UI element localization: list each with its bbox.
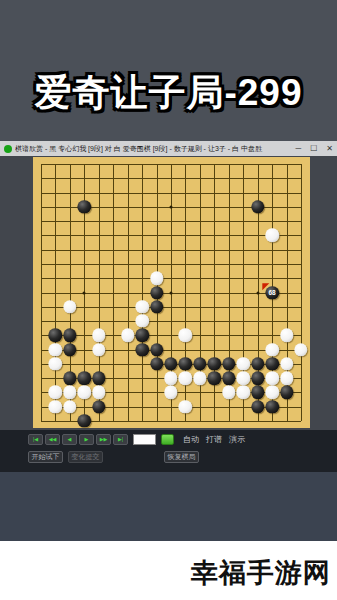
black-stone — [265, 400, 278, 413]
black-stone — [150, 286, 163, 299]
white-stone — [135, 314, 148, 327]
board-gridline — [41, 350, 301, 351]
mode-label-0[interactable]: 自动 — [183, 434, 199, 445]
black-stone — [164, 357, 177, 370]
move-number-input[interactable] — [133, 434, 156, 445]
black-stone — [251, 400, 264, 413]
watermark-band: 幸福手游网 — [0, 541, 337, 600]
board-gridline — [41, 335, 301, 336]
board-area: 68 — [0, 156, 337, 430]
black-stone — [63, 371, 76, 384]
white-stone — [49, 386, 62, 399]
black-stone — [265, 357, 278, 370]
black-stone — [179, 357, 192, 370]
move-number-label: 68 — [265, 286, 278, 299]
black-stone — [150, 300, 163, 313]
maximize-button[interactable]: ☐ — [310, 141, 317, 156]
white-stone — [265, 386, 278, 399]
star-point — [170, 205, 173, 208]
restore-game-button[interactable]: 恢复棋局 — [164, 451, 199, 463]
white-stone — [237, 386, 250, 399]
white-stone — [265, 229, 278, 242]
black-stone — [49, 329, 62, 342]
black-stone — [78, 200, 91, 213]
mode-label-row: 自动打谱演示 — [183, 434, 245, 445]
screen: 爱奇让子局-299 棋谱欣赏 - 黑 专心幻我 [9段] 对 白 爱奇围棋 [9… — [0, 0, 337, 600]
white-stone — [179, 371, 192, 384]
black-stone — [251, 200, 264, 213]
lower-panel — [0, 472, 337, 541]
black-stone — [251, 371, 264, 384]
minimize-button[interactable]: ─ — [295, 141, 301, 156]
white-stone — [222, 386, 235, 399]
nav-button-0[interactable]: |◀ — [28, 434, 43, 445]
white-stone — [280, 357, 293, 370]
white-stone — [179, 329, 192, 342]
video-title: 爱奇让子局-299 — [0, 68, 337, 118]
video-caption-area: 爱奇让子局-299 — [0, 0, 337, 141]
white-stone — [265, 343, 278, 356]
mode-label-2[interactable]: 演示 — [229, 434, 245, 445]
black-stone — [251, 357, 264, 370]
board-grid: 68 — [41, 164, 301, 421]
white-stone — [63, 400, 76, 413]
white-stone — [49, 357, 62, 370]
mode-label-1[interactable]: 打谱 — [206, 434, 222, 445]
black-stone — [222, 371, 235, 384]
white-stone — [49, 400, 62, 413]
variation-submit-button[interactable]: 变化提交 — [68, 451, 103, 463]
black-stone — [280, 386, 293, 399]
nav-button-5[interactable]: ▶| — [113, 434, 128, 445]
site-watermark: 幸福手游网 — [191, 555, 331, 591]
white-stone — [280, 371, 293, 384]
white-stone — [150, 272, 163, 285]
black-stone: 68 — [265, 286, 278, 299]
nav-button-2[interactable]: ◀ — [62, 434, 77, 445]
go-board[interactable]: 68 — [33, 157, 310, 428]
board-gridline — [301, 164, 302, 421]
white-stone — [135, 300, 148, 313]
nav-button-4[interactable]: ▶▶ — [96, 434, 111, 445]
trial-play-button[interactable]: 开始试下 — [28, 451, 63, 463]
board-gridline — [41, 307, 301, 308]
white-stone — [294, 343, 307, 356]
white-stone — [164, 371, 177, 384]
black-stone — [135, 343, 148, 356]
white-stone — [78, 386, 91, 399]
white-stone — [92, 343, 105, 356]
window-title: 棋谱欣赏 - 黑 专心幻我 [9段] 对 白 爱奇围棋 [9段] - 数子规则 … — [15, 144, 291, 154]
close-button[interactable]: ✕ — [326, 141, 333, 156]
white-stone — [237, 357, 250, 370]
black-stone — [150, 357, 163, 370]
white-stone — [237, 371, 250, 384]
white-stone — [265, 371, 278, 384]
black-stone — [78, 371, 91, 384]
white-stone — [121, 329, 134, 342]
app-icon — [4, 145, 12, 153]
black-stone — [222, 357, 235, 370]
black-stone — [208, 371, 221, 384]
white-stone — [193, 371, 206, 384]
black-stone — [63, 329, 76, 342]
white-stone — [92, 329, 105, 342]
white-stone — [63, 386, 76, 399]
nav-button-3[interactable]: ▶ — [79, 434, 94, 445]
nav-button-row: |◀◀◀◀▶▶▶▶|自动打谱演示 — [28, 434, 245, 445]
black-stone — [135, 329, 148, 342]
white-stone — [164, 386, 177, 399]
black-stone — [63, 343, 76, 356]
window-titlebar: 棋谱欣赏 - 黑 专心幻我 [9段] 对 白 爱奇围棋 [9段] - 数子规则 … — [0, 141, 337, 156]
star-point — [170, 291, 173, 294]
nav-button-1[interactable]: ◀◀ — [45, 434, 60, 445]
black-stone — [92, 371, 105, 384]
black-stone — [78, 414, 91, 427]
white-stone — [179, 400, 192, 413]
jump-button[interactable] — [161, 434, 174, 445]
black-stone — [193, 357, 206, 370]
white-stone — [280, 329, 293, 342]
black-stone — [251, 386, 264, 399]
star-point — [83, 291, 86, 294]
board-gridline — [41, 321, 301, 322]
playback-toolbar: |◀◀◀◀▶▶▶▶|自动打谱演示 开始试下 变化提交 恢复棋局 — [0, 430, 337, 472]
black-stone — [92, 400, 105, 413]
white-stone — [49, 343, 62, 356]
black-stone — [150, 343, 163, 356]
black-stone — [208, 357, 221, 370]
star-point — [256, 291, 259, 294]
white-stone — [92, 386, 105, 399]
white-stone — [63, 300, 76, 313]
